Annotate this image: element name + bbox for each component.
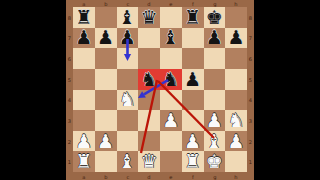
square-d5[interactable]: ♞ [138, 69, 160, 90]
square-g5[interactable] [204, 69, 226, 90]
square-e6[interactable] [160, 48, 182, 69]
file-label-bottom-f: f [183, 173, 201, 179]
file-label-top-g: g [205, 1, 223, 7]
square-a6[interactable] [73, 48, 95, 69]
square-c6[interactable] [117, 48, 139, 69]
piece-white-king-icon: ♚ [206, 152, 223, 171]
square-b4[interactable] [95, 90, 117, 111]
square-e3[interactable]: ♟ [160, 110, 182, 131]
square-d7[interactable] [138, 28, 160, 49]
piece-white-bishop-icon: ♝ [206, 131, 223, 150]
piece-black-rook-icon: ♜ [184, 7, 201, 26]
rank-label-right-1: 1 [248, 159, 254, 165]
square-a2[interactable]: ♟ [73, 131, 95, 152]
piece-black-pawn-icon: ♟ [184, 69, 201, 88]
square-b2[interactable]: ♟ [95, 131, 117, 152]
square-b6[interactable] [95, 48, 117, 69]
square-h6[interactable] [225, 48, 247, 69]
piece-white-pawn-icon: ♟ [228, 131, 245, 150]
square-a4[interactable] [73, 90, 95, 111]
piece-white-pawn-icon: ♟ [184, 131, 201, 150]
square-h5[interactable] [225, 69, 247, 90]
piece-white-pawn-icon: ♟ [162, 110, 179, 129]
piece-black-pawn-icon: ♟ [206, 28, 223, 47]
rank-label-right-4: 4 [248, 97, 254, 103]
piece-black-pawn-icon: ♟ [97, 28, 114, 47]
square-g1[interactable]: ♚ [204, 151, 226, 172]
piece-white-rook-icon: ♜ [184, 152, 201, 171]
file-label-bottom-h: h [227, 173, 245, 179]
square-f2[interactable]: ♟ [182, 131, 204, 152]
letterbox-frame: ♜♝♛♜♚♟♟♟♝♟♟♞♞♟♞♟♟♞♟♟♟♝♟♜♝♛♜♚ aabbccddeef… [0, 0, 320, 180]
square-g3[interactable]: ♟ [204, 110, 226, 131]
file-label-top-h: h [227, 1, 245, 7]
rank-label-left-7: 7 [67, 35, 73, 41]
square-f8[interactable]: ♜ [182, 7, 204, 28]
rank-label-right-7: 7 [248, 35, 254, 41]
square-b3[interactable] [95, 110, 117, 131]
file-label-top-e: e [162, 1, 180, 7]
square-b7[interactable]: ♟ [95, 28, 117, 49]
file-label-bottom-b: b [96, 173, 114, 179]
rank-label-left-3: 3 [67, 117, 73, 123]
rank-label-left-4: 4 [67, 97, 73, 103]
piece-black-knight-icon: ♞ [162, 69, 179, 88]
square-d3[interactable] [138, 110, 160, 131]
piece-black-king-icon: ♚ [206, 7, 223, 26]
square-f1[interactable]: ♜ [182, 151, 204, 172]
piece-black-knight-icon: ♞ [141, 69, 158, 88]
rank-label-left-8: 8 [67, 14, 73, 20]
square-f7[interactable] [182, 28, 204, 49]
file-label-bottom-a: a [75, 173, 93, 179]
square-d1[interactable]: ♛ [138, 151, 160, 172]
piece-black-pawn-icon: ♟ [75, 28, 92, 47]
chess-board: ♜♝♛♜♚♟♟♟♝♟♟♞♞♟♞♟♟♞♟♟♟♝♟♜♝♛♜♚ aabbccddeef… [66, 0, 254, 180]
rank-label-left-6: 6 [67, 56, 73, 62]
rank-label-right-5: 5 [248, 76, 254, 82]
piece-white-pawn-icon: ♟ [97, 131, 114, 150]
square-d8[interactable]: ♛ [138, 7, 160, 28]
square-a8[interactable]: ♜ [73, 7, 95, 28]
square-g2[interactable]: ♝ [204, 131, 226, 152]
file-label-top-a: a [75, 1, 93, 7]
square-c5[interactable] [117, 69, 139, 90]
file-label-top-d: d [140, 1, 158, 7]
piece-white-knight-icon: ♞ [119, 90, 136, 109]
piece-black-bishop-icon: ♝ [162, 28, 179, 47]
square-h4[interactable] [225, 90, 247, 111]
piece-black-queen-icon: ♛ [141, 7, 158, 26]
piece-black-rook-icon: ♜ [75, 7, 92, 26]
piece-white-bishop-icon: ♝ [119, 152, 136, 171]
rank-label-left-2: 2 [67, 138, 73, 144]
square-e8[interactable] [160, 7, 182, 28]
square-e5[interactable]: ♞ [160, 69, 182, 90]
square-c7[interactable]: ♟ [117, 28, 139, 49]
square-a3[interactable] [73, 110, 95, 131]
file-label-top-b: b [96, 1, 114, 7]
piece-white-pawn-icon: ♟ [75, 131, 92, 150]
square-e2[interactable] [160, 131, 182, 152]
square-h3[interactable]: ♞ [225, 110, 247, 131]
square-e7[interactable]: ♝ [160, 28, 182, 49]
piece-black-pawn-icon: ♟ [119, 28, 136, 47]
square-b5[interactable] [95, 69, 117, 90]
board-squares: ♜♝♛♜♚♟♟♟♝♟♟♞♞♟♞♟♟♞♟♟♟♝♟♜♝♛♜♚ [73, 7, 247, 172]
file-label-top-f: f [183, 1, 201, 7]
square-c8[interactable]: ♝ [117, 7, 139, 28]
rank-label-right-3: 3 [248, 117, 254, 123]
square-a5[interactable] [73, 69, 95, 90]
square-d2[interactable] [138, 131, 160, 152]
square-g8[interactable]: ♚ [204, 7, 226, 28]
square-h1[interactable] [225, 151, 247, 172]
square-g4[interactable] [204, 90, 226, 111]
square-a1[interactable]: ♜ [73, 151, 95, 172]
piece-white-knight-icon: ♞ [228, 110, 245, 129]
piece-white-queen-icon: ♛ [141, 152, 158, 171]
square-e4[interactable] [160, 90, 182, 111]
square-c3[interactable] [117, 110, 139, 131]
file-label-bottom-g: g [205, 173, 223, 179]
file-label-bottom-c: c [118, 173, 136, 179]
square-f6[interactable] [182, 48, 204, 69]
file-label-bottom-d: d [140, 173, 158, 179]
square-f3[interactable] [182, 110, 204, 131]
rank-label-right-6: 6 [248, 56, 254, 62]
piece-black-bishop-icon: ♝ [119, 7, 136, 26]
rank-label-left-5: 5 [67, 76, 73, 82]
square-f4[interactable] [182, 90, 204, 111]
square-h2[interactable]: ♟ [225, 131, 247, 152]
square-b1[interactable] [95, 151, 117, 172]
rank-label-right-8: 8 [248, 14, 254, 20]
square-g6[interactable] [204, 48, 226, 69]
file-label-bottom-e: e [162, 173, 180, 179]
square-c4[interactable]: ♞ [117, 90, 139, 111]
square-c2[interactable] [117, 131, 139, 152]
square-g7[interactable]: ♟ [204, 28, 226, 49]
square-h8[interactable] [225, 7, 247, 28]
square-d4[interactable] [138, 90, 160, 111]
piece-white-pawn-icon: ♟ [206, 110, 223, 129]
rank-label-right-2: 2 [248, 138, 254, 144]
square-c1[interactable]: ♝ [117, 151, 139, 172]
rank-label-left-1: 1 [67, 159, 73, 165]
square-d6[interactable] [138, 48, 160, 69]
piece-black-pawn-icon: ♟ [228, 28, 245, 47]
piece-white-rook-icon: ♜ [75, 152, 92, 171]
square-h7[interactable]: ♟ [225, 28, 247, 49]
file-label-top-c: c [118, 1, 136, 7]
square-a7[interactable]: ♟ [73, 28, 95, 49]
square-f5[interactable]: ♟ [182, 69, 204, 90]
square-b8[interactable] [95, 7, 117, 28]
square-e1[interactable] [160, 151, 182, 172]
